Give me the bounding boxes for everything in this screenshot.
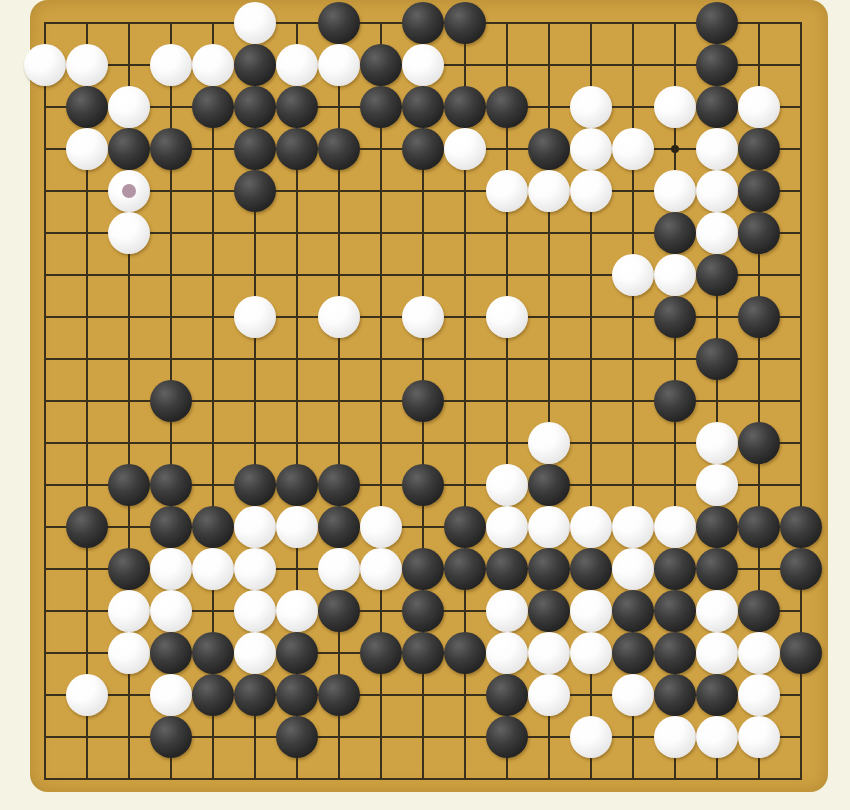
- go-board[interactable]: [30, 0, 828, 792]
- grid-lines: [44, 22, 802, 780]
- go-app-window: [0, 0, 850, 810]
